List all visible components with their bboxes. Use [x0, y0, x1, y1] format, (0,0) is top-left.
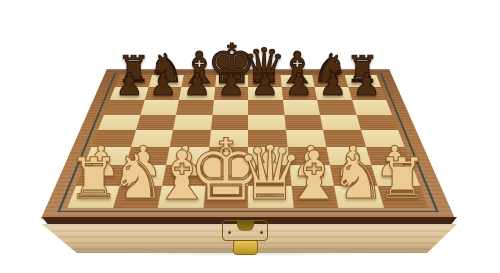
piece-white-rook-h1[interactable]: ♜ — [377, 151, 428, 208]
piece-black-pawn-b7[interactable]: ♟ — [149, 69, 177, 100]
piece-black-pawn-f7[interactable]: ♟ — [285, 69, 313, 100]
piece-black-pawn-g7[interactable]: ♟ — [319, 69, 347, 100]
piece-black-pawn-c7[interactable]: ♟ — [183, 69, 211, 100]
piece-black-pawn-d7[interactable]: ♟ — [217, 69, 245, 100]
piece-black-pawn-a7[interactable]: ♟ — [115, 69, 143, 100]
chess-set-photo: ♜♞♝♚♛♝♞♜♟♟♟♟♟♟♟♟♟♟♟♟♟♟♟♟♜♞♝♚♛♝♞♜ — [0, 0, 500, 273]
piece-black-pawn-e7[interactable]: ♟ — [251, 69, 279, 100]
piece-black-pawn-h7[interactable]: ♟ — [353, 69, 381, 100]
pieces-layer: ♜♞♝♚♛♝♞♜♟♟♟♟♟♟♟♟♟♟♟♟♟♟♟♟♜♞♝♚♛♝♞♜ — [0, 0, 500, 273]
